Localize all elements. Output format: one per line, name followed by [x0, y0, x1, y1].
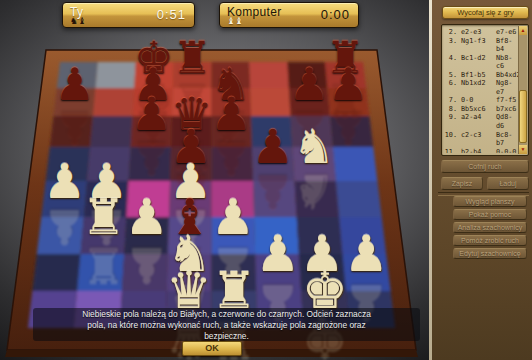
move-row: 2.e2-e3e7-e6 [444, 28, 518, 37]
move-black: Bb4xd2 [496, 71, 518, 80]
hint-dialog: Niebieskie pola należą do Białych, a cze… [33, 308, 420, 341]
show-help-button[interactable]: Pokaż pomoc [453, 209, 527, 220]
undo-move-button[interactable]: Cofnij ruch [441, 160, 529, 173]
move-number: 6. [444, 79, 457, 96]
move-black: Ng8-e7 [496, 79, 518, 96]
player-bar-computer: Komputer ♝♝ 0:00 [219, 2, 359, 28]
piece-white-knight-g5[interactable]: ♞ [284, 123, 344, 170]
move-number: 5. [444, 71, 457, 80]
move-row: 10.c2-c3Bc8-b7 [444, 131, 518, 148]
move-row: 9.a2-a4Qd8-d6 [444, 113, 518, 130]
player-computer-clock: 0:00 [321, 7, 350, 22]
player-bar-you: Ty ♞♝ 0:51 [62, 2, 195, 28]
move-list-rows: 2.e2-e3e7-e63.Ng1-f3Bf8-b44.Bc1-d2Nb8-c6… [444, 28, 518, 153]
move-number: 8. [444, 105, 457, 114]
side-panel: Wycofaj się z gry 2.e2-e3e7-e63.Ng1-f3Bf… [432, 0, 532, 360]
move-white: a2-a4 [457, 113, 496, 130]
move-row: 4.Bc1-d2Nb8-c6 [444, 54, 518, 71]
hint-dialog-line1: Niebieskie pola należą do Białych, a cze… [33, 309, 420, 320]
load-button[interactable]: Ładuj [487, 177, 529, 190]
move-black: Bc8-b7 [496, 131, 518, 148]
move-white: Nb1xd2 [457, 79, 496, 96]
move-number: 9. [444, 113, 457, 130]
analyze-board-button[interactable]: Analiza szachownicy [453, 222, 527, 233]
move-row: 5.Bf1-b5Bb4xd2 [444, 71, 518, 80]
move-white: Bf1-b5 [457, 71, 496, 80]
move-white: b2-b4 [457, 148, 496, 153]
move-row: 6.Nb1xd2Ng8-e7 [444, 79, 518, 96]
board-area: ♚♚♜♜♜♜♟♟♟♟♞♞♟♟♟♟♟♟♛♛♟♟♟♟♟♟♞♞♟♟♟♟♟♟♜♜♟♟♝♝… [0, 0, 432, 360]
board-appearance-button[interactable]: Wygląd planszy [453, 196, 527, 207]
move-number: 7. [444, 96, 457, 105]
scroll-down-arrow[interactable]: ▼ [519, 145, 527, 154]
captured-pieces-computer: ♝♝ [227, 16, 243, 26]
move-number: 10. [444, 131, 457, 148]
move-row: 7.0-0f7-f5 [444, 96, 518, 105]
move-black: Qd8-d6 [496, 113, 518, 130]
move-row: 3.Ng1-f3Bf8-b4 [444, 37, 518, 54]
move-black: b7xc6 [496, 105, 518, 114]
move-row: 8.Bb5xc6b7xc6 [444, 105, 518, 114]
move-white: Ng1-f3 [457, 37, 496, 54]
move-number: 2. [444, 28, 457, 37]
player-you-clock: 0:51 [157, 7, 186, 22]
move-black: Bf8-b4 [496, 37, 518, 54]
ok-button[interactable]: OK [182, 341, 242, 356]
hint-move-button[interactable]: Pomóż zrobić ruch [453, 235, 527, 246]
move-number: 3. [444, 37, 457, 54]
hint-dialog-line2: pola, na które można wykonać ruch, a tak… [33, 320, 420, 331]
piece-black-pawn-h7[interactable]: ♟ [318, 62, 378, 107]
move-list[interactable]: 2.e2-e3e7-e63.Ng1-f3Bf8-b44.Bc1-d2Nb8-c6… [441, 24, 529, 156]
move-white: Bc1-d2 [457, 54, 496, 71]
move-white: e2-e3 [457, 28, 496, 37]
move-row: 11.b2-b40-0-0 [444, 148, 518, 153]
move-black: 0-0-0 [496, 148, 518, 153]
move-white: 0-0 [457, 96, 496, 105]
scroll-thumb[interactable] [519, 90, 527, 143]
move-black: e7-e6 [496, 28, 518, 37]
resign-button[interactable]: Wycofaj się z gry [442, 6, 529, 19]
scroll-up-arrow[interactable]: ▲ [519, 26, 527, 35]
move-black: f7-f5 [496, 96, 518, 105]
move-black: Nb8-c6 [496, 54, 518, 71]
reflection-knight: ♞ [284, 168, 344, 215]
move-white: c2-c3 [457, 131, 496, 148]
captured-pieces-you: ♞♝ [70, 16, 86, 26]
save-button[interactable]: Zapisz [441, 177, 483, 190]
move-list-scrollbar[interactable]: ▲ ▼ [518, 26, 527, 154]
reflection-pawn: ♟ [45, 105, 105, 150]
move-white: Bb5xc6 [457, 105, 496, 114]
piece-black-pawn-a7[interactable]: ♟ [45, 62, 105, 107]
pieces-layer: ♚♚♜♜♜♜♟♟♟♟♞♞♟♟♟♟♟♟♛♛♟♟♟♟♟♟♞♞♟♟♟♟♟♟♜♜♟♟♝♝… [0, 0, 432, 360]
move-number: 11. [444, 148, 457, 153]
move-number: 4. [444, 54, 457, 71]
edit-board-button[interactable]: Edytuj szachownicę [453, 248, 527, 259]
